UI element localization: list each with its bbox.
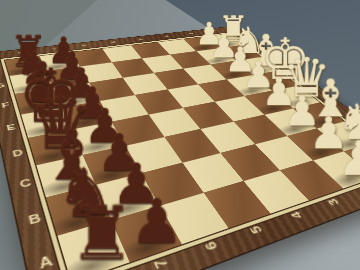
- coord-rank-near-6: 6: [199, 234, 225, 257]
- coord-rank-near-2: 2: [355, 182, 360, 199]
- coord-rank-far-2: 2: [186, 31, 196, 36]
- coord-file-d: D: [6, 147, 29, 160]
- coord-rank-far-1: 1: [209, 28, 220, 33]
- coord-rank-far-5: 5: [108, 39, 118, 45]
- coord-file-h: H: [0, 65, 5, 72]
- coord-file-f: F: [0, 101, 15, 110]
- coord-file-a: A: [31, 251, 61, 270]
- coord-file-b: B: [21, 210, 48, 228]
- coord-rank-far-4: 4: [135, 36, 145, 42]
- coord-file-e: E: [1, 122, 22, 133]
- coord-file-c: C: [13, 176, 38, 191]
- piece-shadow: [333, 135, 360, 152]
- coord-rank-far-7: 7: [48, 46, 58, 53]
- coord-file-g: G: [0, 82, 10, 90]
- coord-rank-far-3: 3: [161, 34, 171, 40]
- coord-rank-near-5: 5: [244, 219, 269, 240]
- coord-rank-near-4: 4: [284, 206, 309, 225]
- frame-stud-dot: [260, 50, 265, 52]
- coord-rank-far-6: 6: [79, 42, 89, 48]
- frame-stud-dot: [304, 84, 310, 87]
- piece-shadow: [122, 229, 177, 262]
- coord-rank-far-8: 8: [15, 49, 25, 56]
- coord-rank-near-3: 3: [321, 193, 346, 211]
- piece-shadow: [65, 246, 123, 270]
- photo-canvas: { "game": "chess", "scene_description": …: [0, 0, 360, 270]
